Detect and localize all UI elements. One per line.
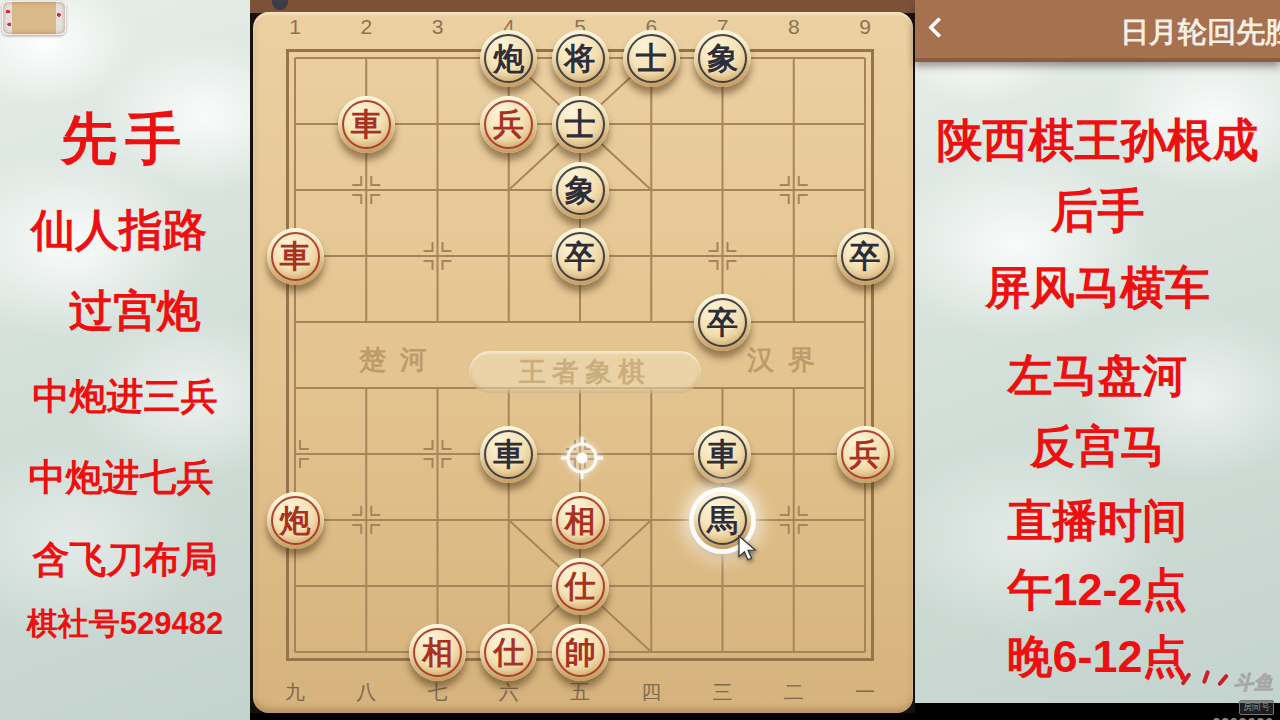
file-label-bottom: 五 — [570, 679, 590, 706]
black-piece-卒[interactable]: 卒 — [552, 228, 609, 285]
right-line-player: 陕西棋王孙根成 — [915, 116, 1280, 164]
black-piece-将[interactable]: 将 — [552, 30, 609, 87]
file-label-top: 1 — [289, 15, 301, 39]
file-label-bottom: 八 — [356, 679, 376, 706]
black-piece-車[interactable]: 車 — [480, 426, 537, 483]
douyu-logo: 斗鱼 — [1212, 670, 1274, 696]
screen: 先手 仙人指路 过宫炮 中炮进三兵 中炮进七兵 含飞刀布局 棋社号529482 … — [0, 0, 1280, 720]
red-piece-帥[interactable]: 帥 — [552, 624, 609, 681]
left-line-opening-1: 仙人指路 — [0, 207, 244, 253]
douyu-watermark: 斗鱼 房间号 2293920 — [1212, 670, 1274, 720]
red-piece-兵[interactable]: 兵 — [480, 96, 537, 153]
board-column: 123456789 九八七六五四三二一 楚河 汉界 王者象棋 炮将士象車兵士象車… — [250, 0, 915, 720]
bottom-letterbox — [250, 713, 915, 720]
black-piece-卒[interactable]: 卒 — [694, 294, 751, 351]
room-number: 2293920 — [1212, 715, 1274, 720]
file-label-bottom: 三 — [713, 679, 733, 706]
xiangqi-board[interactable]: 123456789 九八七六五四三二一 楚河 汉界 王者象棋 炮将士象車兵士象車… — [253, 12, 913, 713]
black-piece-車[interactable]: 車 — [694, 426, 751, 483]
red-piece-相[interactable]: 相 — [409, 624, 466, 681]
file-label-top: 8 — [788, 15, 800, 39]
river-text-chu-he: 楚河 — [345, 342, 441, 378]
file-label-bottom: 七 — [428, 679, 448, 706]
app-logo-pill: 王者象棋 — [469, 351, 701, 393]
red-piece-相[interactable]: 相 — [552, 492, 609, 549]
status-dot-icon — [272, 0, 288, 10]
red-piece-兵[interactable]: 兵 — [837, 426, 894, 483]
black-piece-士[interactable]: 士 — [623, 30, 680, 87]
red-piece-仕[interactable]: 仕 — [480, 624, 537, 681]
red-piece-炮[interactable]: 炮 — [267, 492, 324, 549]
file-label-top: 3 — [432, 15, 444, 39]
left-line-club-id: 棋社号529482 — [0, 608, 250, 641]
room-number-label: 房间号 — [1239, 700, 1274, 715]
left-line-opening-4: 中炮进七兵 — [0, 459, 246, 498]
file-label-bottom: 二 — [784, 679, 804, 706]
right-line-opening-2: 左马盘河 — [915, 352, 1280, 399]
black-piece-象[interactable]: 象 — [552, 162, 609, 219]
red-piece-車[interactable]: 車 — [338, 96, 395, 153]
right-line-second-move: 后手 — [915, 186, 1280, 235]
red-piece-車[interactable]: 車 — [267, 228, 324, 285]
black-piece-炮[interactable]: 炮 — [480, 30, 537, 87]
video-title: 日月轮回先胜 — [1120, 13, 1280, 53]
black-piece-象[interactable]: 象 — [694, 30, 751, 87]
right-line-stream-time-noon: 午12-2点 — [915, 566, 1280, 613]
left-line-opening-5: 含飞刀布局 — [0, 541, 250, 580]
target-crosshair-marker — [560, 436, 604, 480]
red-piece-仕[interactable]: 仕 — [552, 558, 609, 615]
file-label-bottom: 六 — [499, 679, 519, 706]
file-label-bottom: 九 — [285, 679, 305, 706]
black-piece-士[interactable]: 士 — [552, 96, 609, 153]
left-info-panel: 先手 仙人指路 过宫炮 中炮进三兵 中炮进七兵 含飞刀布局 棋社号529482 — [0, 0, 250, 720]
mini-board-thumbnail — [2, 1, 66, 35]
file-label-top: 9 — [859, 15, 871, 39]
mouse-cursor — [738, 535, 762, 561]
right-info-panel: 日月轮回先胜 陕西棋王孙根成 后手 屏风马横车 左马盘河 反宫马 直播时间 午1… — [915, 0, 1280, 720]
title-bar: 日月轮回先胜 — [915, 0, 1280, 58]
river-text-han-jie: 汉界 — [733, 342, 829, 378]
right-line-opening-1: 屏风马横车 — [915, 264, 1280, 311]
file-label-bottom: 四 — [641, 679, 661, 706]
file-label-top: 2 — [360, 15, 372, 39]
left-line-opening-2: 过宫炮 — [10, 288, 260, 334]
right-line-opening-3: 反宫马 — [915, 423, 1280, 470]
left-line-opening-3: 中炮进三兵 — [0, 378, 250, 417]
file-label-bottom: 一 — [855, 679, 875, 706]
left-line-first-move: 先手 — [0, 110, 250, 169]
back-icon[interactable] — [928, 17, 949, 38]
right-line-stream-time-label: 直播时间 — [915, 497, 1280, 544]
black-piece-卒[interactable]: 卒 — [837, 228, 894, 285]
